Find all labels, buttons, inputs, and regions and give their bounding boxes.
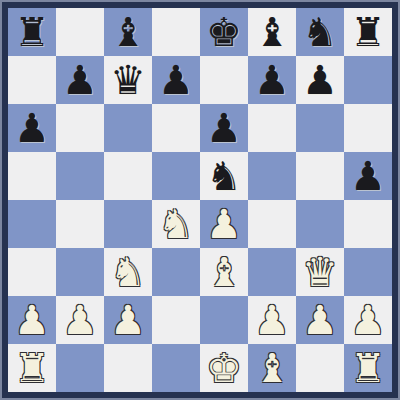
square-g5[interactable] bbox=[296, 152, 344, 200]
square-g4[interactable] bbox=[296, 200, 344, 248]
square-a5[interactable] bbox=[8, 152, 56, 200]
square-f8[interactable]: ♝ bbox=[248, 8, 296, 56]
square-b8[interactable] bbox=[56, 8, 104, 56]
piece-black-pawn[interactable]: ♟ bbox=[14, 104, 50, 152]
piece-white-knight[interactable]: ♞ bbox=[158, 200, 194, 248]
piece-white-bishop[interactable]: ♝ bbox=[254, 344, 290, 392]
square-e5[interactable]: ♞ bbox=[200, 152, 248, 200]
square-d5[interactable] bbox=[152, 152, 200, 200]
square-c5[interactable] bbox=[104, 152, 152, 200]
square-f3[interactable] bbox=[248, 248, 296, 296]
square-c7[interactable]: ♛ bbox=[104, 56, 152, 104]
square-h5[interactable]: ♟ bbox=[344, 152, 392, 200]
piece-white-knight[interactable]: ♞ bbox=[110, 248, 146, 296]
chess-board: ♜♝♚♝♞♜♟♛♟♟♟♟♟♞♟♞♟♞♝♛♟♟♟♟♟♟♜♚♝♜ bbox=[8, 8, 392, 392]
piece-white-pawn[interactable]: ♟ bbox=[350, 296, 386, 344]
square-b1[interactable] bbox=[56, 344, 104, 392]
piece-black-pawn[interactable]: ♟ bbox=[158, 56, 194, 104]
piece-black-pawn[interactable]: ♟ bbox=[62, 56, 98, 104]
square-g7[interactable]: ♟ bbox=[296, 56, 344, 104]
square-h7[interactable] bbox=[344, 56, 392, 104]
piece-white-queen[interactable]: ♛ bbox=[302, 248, 338, 296]
square-a3[interactable] bbox=[8, 248, 56, 296]
square-g8[interactable]: ♞ bbox=[296, 8, 344, 56]
piece-white-pawn[interactable]: ♟ bbox=[14, 296, 50, 344]
piece-black-king[interactable]: ♚ bbox=[206, 8, 242, 56]
square-h8[interactable]: ♜ bbox=[344, 8, 392, 56]
square-a2[interactable]: ♟ bbox=[8, 296, 56, 344]
square-e8[interactable]: ♚ bbox=[200, 8, 248, 56]
square-f4[interactable] bbox=[248, 200, 296, 248]
piece-white-pawn[interactable]: ♟ bbox=[302, 296, 338, 344]
square-a1[interactable]: ♜ bbox=[8, 344, 56, 392]
square-e2[interactable] bbox=[200, 296, 248, 344]
square-c4[interactable] bbox=[104, 200, 152, 248]
square-b3[interactable] bbox=[56, 248, 104, 296]
square-c1[interactable] bbox=[104, 344, 152, 392]
square-c8[interactable]: ♝ bbox=[104, 8, 152, 56]
square-d2[interactable] bbox=[152, 296, 200, 344]
piece-black-pawn[interactable]: ♟ bbox=[254, 56, 290, 104]
square-d8[interactable] bbox=[152, 8, 200, 56]
piece-black-bishop[interactable]: ♝ bbox=[110, 8, 146, 56]
square-a7[interactable] bbox=[8, 56, 56, 104]
square-d6[interactable] bbox=[152, 104, 200, 152]
piece-white-pawn[interactable]: ♟ bbox=[254, 296, 290, 344]
square-f5[interactable] bbox=[248, 152, 296, 200]
square-h3[interactable] bbox=[344, 248, 392, 296]
square-a8[interactable]: ♜ bbox=[8, 8, 56, 56]
square-a6[interactable]: ♟ bbox=[8, 104, 56, 152]
square-f1[interactable]: ♝ bbox=[248, 344, 296, 392]
square-g6[interactable] bbox=[296, 104, 344, 152]
square-b7[interactable]: ♟ bbox=[56, 56, 104, 104]
square-b5[interactable] bbox=[56, 152, 104, 200]
piece-black-knight[interactable]: ♞ bbox=[302, 8, 338, 56]
square-g1[interactable] bbox=[296, 344, 344, 392]
square-g2[interactable]: ♟ bbox=[296, 296, 344, 344]
piece-white-king[interactable]: ♚ bbox=[206, 344, 242, 392]
square-e1[interactable]: ♚ bbox=[200, 344, 248, 392]
piece-white-pawn[interactable]: ♟ bbox=[206, 200, 242, 248]
piece-black-pawn[interactable]: ♟ bbox=[350, 152, 386, 200]
square-d3[interactable] bbox=[152, 248, 200, 296]
piece-white-pawn[interactable]: ♟ bbox=[62, 296, 98, 344]
square-e3[interactable]: ♝ bbox=[200, 248, 248, 296]
piece-white-rook[interactable]: ♜ bbox=[14, 344, 50, 392]
square-g3[interactable]: ♛ bbox=[296, 248, 344, 296]
piece-black-knight[interactable]: ♞ bbox=[206, 152, 242, 200]
square-h1[interactable]: ♜ bbox=[344, 344, 392, 392]
square-h6[interactable] bbox=[344, 104, 392, 152]
piece-black-queen[interactable]: ♛ bbox=[110, 56, 146, 104]
square-d1[interactable] bbox=[152, 344, 200, 392]
square-f6[interactable] bbox=[248, 104, 296, 152]
chess-board-frame: ♜♝♚♝♞♜♟♛♟♟♟♟♟♞♟♞♟♞♝♛♟♟♟♟♟♟♜♚♝♜ bbox=[0, 0, 400, 400]
square-f2[interactable]: ♟ bbox=[248, 296, 296, 344]
square-c2[interactable]: ♟ bbox=[104, 296, 152, 344]
square-d7[interactable]: ♟ bbox=[152, 56, 200, 104]
square-c3[interactable]: ♞ bbox=[104, 248, 152, 296]
square-h4[interactable] bbox=[344, 200, 392, 248]
piece-white-rook[interactable]: ♜ bbox=[350, 344, 386, 392]
square-e7[interactable] bbox=[200, 56, 248, 104]
square-d4[interactable]: ♞ bbox=[152, 200, 200, 248]
square-b2[interactable]: ♟ bbox=[56, 296, 104, 344]
piece-black-pawn[interactable]: ♟ bbox=[206, 104, 242, 152]
piece-black-bishop[interactable]: ♝ bbox=[254, 8, 290, 56]
square-a4[interactable] bbox=[8, 200, 56, 248]
piece-white-bishop[interactable]: ♝ bbox=[206, 248, 242, 296]
square-e6[interactable]: ♟ bbox=[200, 104, 248, 152]
square-f7[interactable]: ♟ bbox=[248, 56, 296, 104]
square-b4[interactable] bbox=[56, 200, 104, 248]
piece-black-rook[interactable]: ♜ bbox=[14, 8, 50, 56]
piece-black-pawn[interactable]: ♟ bbox=[302, 56, 338, 104]
square-h2[interactable]: ♟ bbox=[344, 296, 392, 344]
piece-white-pawn[interactable]: ♟ bbox=[110, 296, 146, 344]
square-e4[interactable]: ♟ bbox=[200, 200, 248, 248]
square-c6[interactable] bbox=[104, 104, 152, 152]
piece-black-rook[interactable]: ♜ bbox=[350, 8, 386, 56]
square-b6[interactable] bbox=[56, 104, 104, 152]
